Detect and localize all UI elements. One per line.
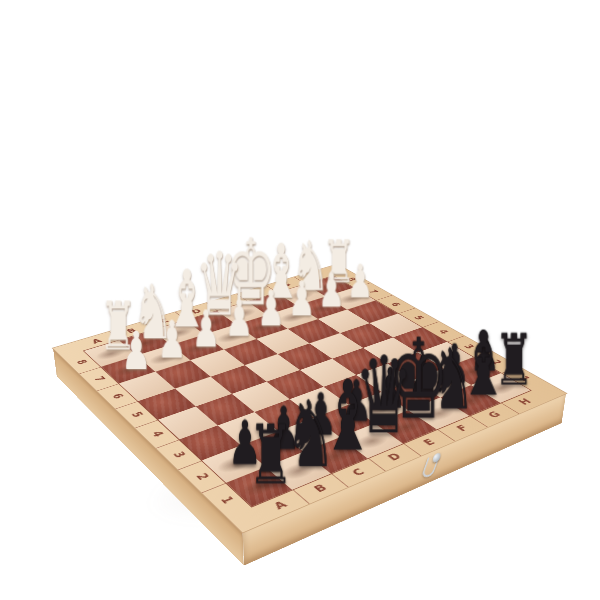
white-pawn[interactable]: ♟ [289,275,316,323]
metal-clasp-icon [425,451,444,482]
white-pawn[interactable]: ♟ [226,294,254,344]
white-pawn[interactable]: ♟ [258,284,285,333]
white-pawn[interactable]: ♟ [122,324,151,377]
black-rook[interactable]: ♜ [248,415,294,497]
chess-board: ABCDEFGH ABCDEFGH 87654321 87654321 ♜♞♝♛… [53,264,566,532]
white-pawn[interactable]: ♟ [319,266,345,313]
chess-set-scene: ABCDEFGH ABCDEFGH 87654321 87654321 ♜♞♝♛… [116,186,484,554]
white-pawn[interactable]: ♟ [158,314,187,366]
white-pawn[interactable]: ♟ [192,303,220,354]
